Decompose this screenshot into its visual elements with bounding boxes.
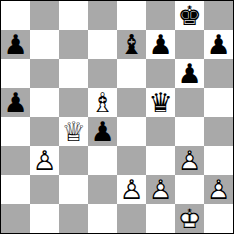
white-king-glyph: ♔ [177,204,201,233]
white-pawn: ♟♙ [146,175,175,204]
black-pawn: ♟ [88,117,117,146]
black-pawn-glyph: ♟ [3,88,27,117]
chessboard: ♚♟♝♟♟♟♟♝♗♛♛♕♟♟♙♟♙♟♙♟♙♟♙♚♔ [0,0,234,234]
square-c6[interactable] [59,59,88,88]
square-e4[interactable] [117,117,146,146]
black-pawn: ♟ [146,30,175,59]
white-pawn-glyph: ♙ [177,146,201,175]
black-pawn-glyph: ♟ [177,59,201,88]
white-pawn: ♟♙ [117,175,146,204]
square-a8[interactable] [1,1,30,30]
square-g6[interactable]: ♟ [175,59,204,88]
white-queen: ♛♕ [59,117,88,146]
square-a3[interactable] [1,146,30,175]
square-e5[interactable] [117,88,146,117]
square-b2[interactable] [30,175,59,204]
white-pawn-glyph: ♙ [32,146,56,175]
square-e8[interactable] [117,1,146,30]
square-a5[interactable]: ♟ [1,88,30,117]
square-d5[interactable]: ♝♗ [88,88,117,117]
white-pawn: ♟♙ [175,146,204,175]
square-b1[interactable] [30,204,59,233]
square-g1[interactable]: ♚♔ [175,204,204,233]
square-e7[interactable]: ♝ [117,30,146,59]
square-h6[interactable] [204,59,233,88]
square-b7[interactable] [30,30,59,59]
square-c5[interactable] [59,88,88,117]
black-pawn: ♟ [1,88,30,117]
black-queen-glyph: ♛ [148,88,172,117]
square-c3[interactable] [59,146,88,175]
square-f3[interactable] [146,146,175,175]
square-b5[interactable] [30,88,59,117]
white-pawn-glyph: ♙ [206,175,230,204]
square-c1[interactable] [59,204,88,233]
square-c7[interactable] [59,30,88,59]
square-h1[interactable] [204,204,233,233]
black-pawn-glyph: ♟ [3,30,27,59]
square-a2[interactable] [1,175,30,204]
square-e3[interactable] [117,146,146,175]
square-d1[interactable] [88,204,117,233]
square-g3[interactable]: ♟♙ [175,146,204,175]
square-h3[interactable] [204,146,233,175]
black-pawn: ♟ [1,30,30,59]
white-pawn-glyph: ♙ [119,175,143,204]
black-queen: ♛ [146,88,175,117]
white-bishop-glyph: ♗ [90,88,114,117]
square-d2[interactable] [88,175,117,204]
square-g2[interactable] [175,175,204,204]
square-f7[interactable]: ♟ [146,30,175,59]
white-king: ♚♔ [175,204,204,233]
black-bishop-glyph: ♝ [119,30,143,59]
black-pawn-glyph: ♟ [148,30,172,59]
square-b8[interactable] [30,1,59,30]
white-pawn: ♟♙ [30,146,59,175]
square-b4[interactable] [30,117,59,146]
white-pawn-glyph: ♙ [148,175,172,204]
square-h2[interactable]: ♟♙ [204,175,233,204]
square-g5[interactable] [175,88,204,117]
square-h7[interactable]: ♟ [204,30,233,59]
black-pawn-glyph: ♟ [206,30,230,59]
square-c2[interactable] [59,175,88,204]
square-b3[interactable]: ♟♙ [30,146,59,175]
square-e1[interactable] [117,204,146,233]
square-c8[interactable] [59,1,88,30]
square-a7[interactable]: ♟ [1,30,30,59]
square-d7[interactable] [88,30,117,59]
square-f2[interactable]: ♟♙ [146,175,175,204]
white-pawn: ♟♙ [204,175,233,204]
square-h5[interactable] [204,88,233,117]
white-bishop: ♝♗ [88,88,117,117]
square-f1[interactable] [146,204,175,233]
square-d6[interactable] [88,59,117,88]
square-f4[interactable] [146,117,175,146]
black-king-glyph: ♚ [177,1,201,30]
black-pawn: ♟ [175,59,204,88]
square-f5[interactable]: ♛ [146,88,175,117]
black-pawn: ♟ [204,30,233,59]
square-a6[interactable] [1,59,30,88]
square-d8[interactable] [88,1,117,30]
square-h8[interactable] [204,1,233,30]
square-c4[interactable]: ♛♕ [59,117,88,146]
square-f6[interactable] [146,59,175,88]
square-g7[interactable] [175,30,204,59]
square-a1[interactable] [1,204,30,233]
square-e6[interactable] [117,59,146,88]
black-king: ♚ [175,1,204,30]
square-g8[interactable]: ♚ [175,1,204,30]
square-d3[interactable] [88,146,117,175]
square-d4[interactable]: ♟ [88,117,117,146]
black-bishop: ♝ [117,30,146,59]
white-queen-glyph: ♕ [61,117,85,146]
square-e2[interactable]: ♟♙ [117,175,146,204]
square-b6[interactable] [30,59,59,88]
square-a4[interactable] [1,117,30,146]
square-h4[interactable] [204,117,233,146]
square-f8[interactable] [146,1,175,30]
chess-diagram: { "game": "chess", "position": { "fen": … [0,0,234,234]
square-g4[interactable] [175,117,204,146]
black-pawn-glyph: ♟ [90,117,114,146]
